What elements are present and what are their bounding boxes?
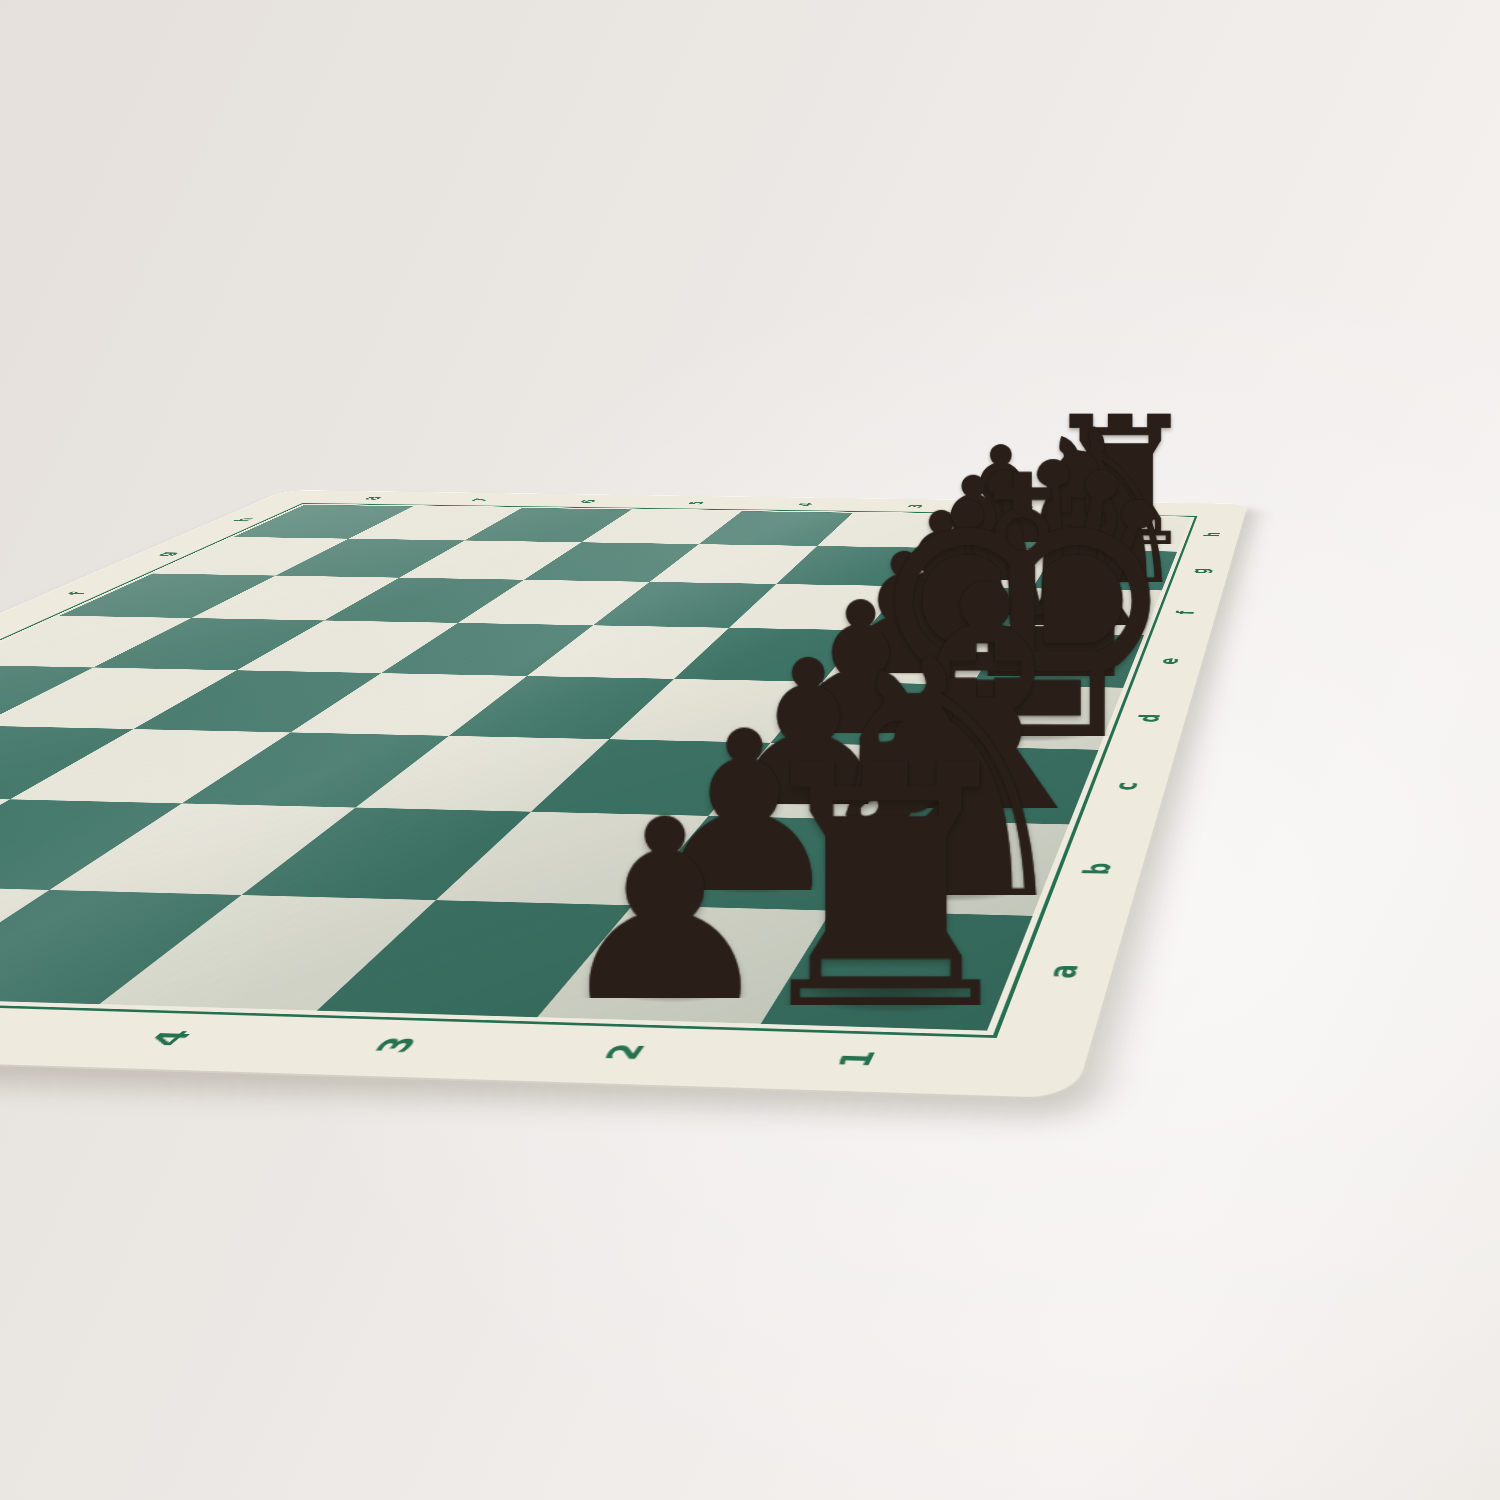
rank-label-far-8: 8 — [340, 492, 407, 504]
piece-black-rook-a1: ♜ — [661, 668, 1110, 1005]
rook-glyph: ♜ — [661, 681, 1110, 1102]
scene: aabbccddeeffgghh1122334455667788♜♟♞♟♝♟♛♟… — [0, 0, 1500, 1500]
rank-label-far-5: 5 — [666, 497, 726, 510]
rank-label-3: 3 — [324, 1018, 466, 1074]
rank-label-far-7: 7 — [448, 494, 513, 506]
rank-label-2: 2 — [558, 1024, 690, 1081]
rank-label-5: 5 — [0, 1005, 28, 1060]
rank-label-far-6: 6 — [557, 495, 620, 508]
chess-mat: aabbccddeeffgghh1122334455667788♜♟♞♟♝♟♛♟… — [0, 490, 1248, 1098]
rank-label-1: 1 — [795, 1031, 916, 1089]
rank-label-4: 4 — [93, 1011, 245, 1066]
